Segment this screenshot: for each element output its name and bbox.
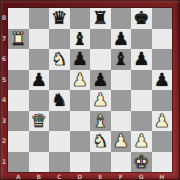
piece-black-bishop[interactable]: ♝	[72, 29, 88, 49]
piece-black-pawn[interactable]: ♟	[31, 70, 47, 90]
square-e2[interactable]: ♞	[90, 131, 111, 152]
piece-white-pawn[interactable]: ♟	[154, 111, 170, 131]
square-f8[interactable]	[111, 8, 132, 29]
file-label-a: A	[8, 172, 29, 180]
piece-white-bishop[interactable]: ♝	[92, 111, 108, 131]
square-h8[interactable]	[152, 8, 173, 29]
square-e1[interactable]	[90, 152, 111, 173]
square-f7[interactable]: ♟	[111, 29, 132, 50]
square-f2[interactable]: ♟	[111, 131, 132, 152]
piece-white-pawn[interactable]: ♟	[92, 90, 108, 110]
square-c7[interactable]	[49, 29, 70, 50]
rank-label-1: 1	[0, 152, 8, 173]
piece-white-queen[interactable]: ♛	[31, 111, 47, 131]
square-b5[interactable]: ♟	[29, 70, 50, 91]
piece-black-bishop[interactable]: ♝	[113, 49, 129, 69]
file-label-d: D	[70, 172, 91, 180]
square-a4[interactable]	[8, 90, 29, 111]
file-label-b: B	[29, 172, 50, 180]
square-d2[interactable]	[70, 131, 91, 152]
square-f6[interactable]: ♝	[111, 49, 132, 70]
square-g5[interactable]	[131, 70, 152, 91]
square-e7[interactable]	[90, 29, 111, 50]
file-label-f: F	[111, 172, 132, 180]
square-b7[interactable]	[29, 29, 50, 50]
piece-black-pawn[interactable]: ♟	[154, 70, 170, 90]
file-label-g: G	[131, 172, 152, 180]
square-d6[interactable]: ♟	[70, 49, 91, 70]
rank-label-2: 2	[0, 131, 8, 152]
square-b1[interactable]	[29, 152, 50, 173]
chess-board-frame: 87654321 ABCDEFGH ♛♜♚♜♝♟♞♟♝♟♟♟♟♟♞♟♛♝♟♞♟♟…	[0, 0, 180, 180]
square-h2[interactable]	[152, 131, 173, 152]
rank-label-6: 6	[0, 49, 8, 70]
piece-white-pawn[interactable]: ♟	[72, 70, 88, 90]
square-b6[interactable]	[29, 49, 50, 70]
piece-white-rook[interactable]: ♜	[10, 29, 26, 49]
square-g1[interactable]: ♚	[131, 152, 152, 173]
square-d5[interactable]: ♟	[70, 70, 91, 91]
square-f4[interactable]	[111, 90, 132, 111]
piece-black-pawn[interactable]: ♟	[133, 49, 149, 69]
square-g8[interactable]: ♚	[131, 8, 152, 29]
square-f1[interactable]	[111, 152, 132, 173]
square-b8[interactable]	[29, 8, 50, 29]
square-a6[interactable]	[8, 49, 29, 70]
square-a5[interactable]	[8, 70, 29, 91]
square-e5[interactable]: ♟	[90, 70, 111, 91]
square-a7[interactable]: ♜	[8, 29, 29, 50]
square-b2[interactable]	[29, 131, 50, 152]
square-d3[interactable]	[70, 111, 91, 132]
square-a1[interactable]	[8, 152, 29, 173]
piece-black-pawn[interactable]: ♟	[92, 70, 108, 90]
chess-board: ♛♜♚♜♝♟♞♟♝♟♟♟♟♟♞♟♛♝♟♞♟♟♚	[8, 8, 172, 172]
file-labels: ABCDEFGH	[8, 172, 172, 180]
square-e4[interactable]: ♟	[90, 90, 111, 111]
square-c5[interactable]	[49, 70, 70, 91]
square-h4[interactable]	[152, 90, 173, 111]
piece-black-pawn[interactable]: ♟	[113, 29, 129, 49]
rank-label-3: 3	[0, 111, 8, 132]
square-g6[interactable]: ♟	[131, 49, 152, 70]
piece-white-knight[interactable]: ♞	[51, 49, 67, 69]
rank-labels: 87654321	[0, 8, 8, 172]
file-label-e: E	[90, 172, 111, 180]
square-h1[interactable]	[152, 152, 173, 173]
square-d4[interactable]	[70, 90, 91, 111]
square-g2[interactable]: ♟	[131, 131, 152, 152]
square-f5[interactable]	[111, 70, 132, 91]
square-g7[interactable]	[131, 29, 152, 50]
square-c2[interactable]	[49, 131, 70, 152]
square-a2[interactable]	[8, 131, 29, 152]
piece-black-pawn[interactable]: ♟	[72, 49, 88, 69]
file-label-h: H	[152, 172, 173, 180]
piece-white-pawn[interactable]: ♟	[133, 131, 149, 151]
square-c3[interactable]	[49, 111, 70, 132]
square-a8[interactable]	[8, 8, 29, 29]
rank-label-7: 7	[0, 29, 8, 50]
square-c6[interactable]: ♞	[49, 49, 70, 70]
square-b4[interactable]	[29, 90, 50, 111]
square-e8[interactable]: ♜	[90, 8, 111, 29]
square-e6[interactable]	[90, 49, 111, 70]
square-h6[interactable]	[152, 49, 173, 70]
square-d1[interactable]	[70, 152, 91, 173]
piece-white-pawn[interactable]: ♟	[113, 131, 129, 151]
square-g3[interactable]	[131, 111, 152, 132]
piece-white-knight[interactable]: ♞	[92, 131, 108, 151]
square-h7[interactable]	[152, 29, 173, 50]
square-d7[interactable]: ♝	[70, 29, 91, 50]
piece-black-rook[interactable]: ♜	[92, 8, 108, 28]
rank-label-5: 5	[0, 70, 8, 91]
square-c4[interactable]: ♞	[49, 90, 70, 111]
piece-black-queen[interactable]: ♛	[51, 8, 67, 28]
square-c1[interactable]	[49, 152, 70, 173]
square-e3[interactable]: ♝	[90, 111, 111, 132]
square-g4[interactable]	[131, 90, 152, 111]
piece-white-king[interactable]: ♚	[133, 152, 149, 172]
file-label-c: C	[49, 172, 70, 180]
square-c8[interactable]: ♛	[49, 8, 70, 29]
rank-label-4: 4	[0, 90, 8, 111]
piece-black-king[interactable]: ♚	[133, 8, 149, 28]
square-h3[interactable]: ♟	[152, 111, 173, 132]
square-d8[interactable]	[70, 8, 91, 29]
square-a3[interactable]	[8, 111, 29, 132]
square-f3[interactable]	[111, 111, 132, 132]
square-b3[interactable]: ♛	[29, 111, 50, 132]
piece-black-knight[interactable]: ♞	[51, 90, 67, 110]
square-h5[interactable]: ♟	[152, 70, 173, 91]
rank-label-8: 8	[0, 8, 8, 29]
